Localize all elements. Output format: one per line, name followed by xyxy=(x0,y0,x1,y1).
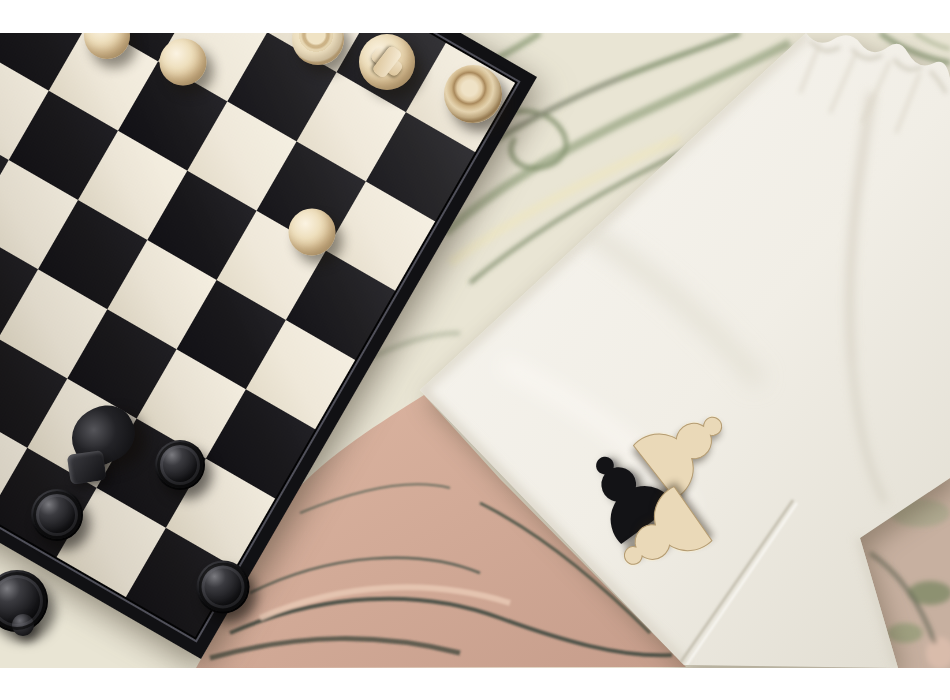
white-king-top xyxy=(359,34,415,90)
pieces-layer: ♟♟♟ xyxy=(0,33,950,668)
white-pawn-top-cut xyxy=(84,33,130,59)
photo-canvas: ♟♟♟ xyxy=(0,0,950,700)
knight-muzzle xyxy=(67,450,107,485)
black-pawn-top-a xyxy=(155,440,205,490)
black-pawn-top-c xyxy=(197,561,250,614)
white-pawn-top-mid xyxy=(289,209,336,256)
photo-area: ♟♟♟ xyxy=(0,33,950,668)
black-knight-top xyxy=(62,396,143,473)
white-rook-top xyxy=(444,65,502,123)
white-pawn-top xyxy=(160,39,207,86)
black-bishop-edge xyxy=(0,570,48,632)
white-pawn-rings-cut xyxy=(292,33,344,65)
bishop-finial xyxy=(12,614,34,636)
black-pawn-top-b xyxy=(31,489,83,541)
